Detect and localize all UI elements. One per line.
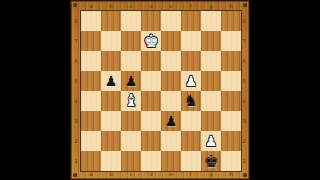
black-pawn[interactable]: ♟ xyxy=(101,71,121,91)
square-a7[interactable] xyxy=(81,31,101,51)
square-b1[interactable] xyxy=(101,151,121,171)
square-f3[interactable] xyxy=(181,111,201,131)
square-c8[interactable] xyxy=(121,11,141,31)
square-a5[interactable] xyxy=(81,71,101,91)
frame-screw-icon xyxy=(73,3,77,7)
coordinate-label: b xyxy=(101,170,121,178)
square-e7[interactable] xyxy=(161,31,181,51)
square-a4[interactable] xyxy=(81,91,101,111)
rank-labels-right: 87654321 xyxy=(240,11,248,171)
coordinate-label: 2 xyxy=(240,131,248,151)
file-labels-bottom: abcdefgh xyxy=(81,170,241,178)
square-h3[interactable] xyxy=(221,111,241,131)
coordinate-label: a xyxy=(81,170,101,178)
square-c2[interactable] xyxy=(121,131,141,151)
square-d7[interactable]: ♚ xyxy=(141,31,161,51)
square-c1[interactable] xyxy=(121,151,141,171)
square-b4[interactable] xyxy=(101,91,121,111)
square-e8[interactable] xyxy=(161,11,181,31)
square-c4[interactable]: ♝ xyxy=(121,91,141,111)
square-e1[interactable] xyxy=(161,151,181,171)
square-b3[interactable] xyxy=(101,111,121,131)
square-d3[interactable] xyxy=(141,111,161,131)
coordinate-label: d xyxy=(141,170,161,178)
square-g5[interactable] xyxy=(201,71,221,91)
coordinate-label: 1 xyxy=(72,151,80,171)
square-h7[interactable] xyxy=(221,31,241,51)
file-labels-top: abcdefgh xyxy=(81,2,241,10)
square-f8[interactable] xyxy=(181,11,201,31)
coordinate-label: 8 xyxy=(240,11,248,31)
square-b8[interactable] xyxy=(101,11,121,31)
square-c5[interactable]: ♟ xyxy=(121,71,141,91)
coordinate-label: f xyxy=(181,2,201,10)
square-g8[interactable] xyxy=(201,11,221,31)
coordinate-label: 5 xyxy=(240,71,248,91)
square-g7[interactable] xyxy=(201,31,221,51)
square-c6[interactable] xyxy=(121,51,141,71)
square-g2[interactable]: ♟ xyxy=(201,131,221,151)
square-h5[interactable] xyxy=(221,71,241,91)
coordinate-label: c xyxy=(121,2,141,10)
square-a8[interactable] xyxy=(81,11,101,31)
coordinate-label: g xyxy=(201,170,221,178)
white-bishop[interactable]: ♝ xyxy=(121,91,141,111)
square-h8[interactable] xyxy=(221,11,241,31)
square-e3[interactable]: ♟ xyxy=(161,111,181,131)
coordinate-label: 4 xyxy=(240,91,248,111)
black-pawn[interactable]: ♟ xyxy=(121,71,141,91)
coordinate-label: 4 xyxy=(72,91,80,111)
square-f2[interactable] xyxy=(181,131,201,151)
square-h1[interactable] xyxy=(221,151,241,171)
frame-screw-icon xyxy=(243,3,247,7)
coordinate-label: h xyxy=(221,170,241,178)
square-e5[interactable] xyxy=(161,71,181,91)
square-a6[interactable] xyxy=(81,51,101,71)
square-h2[interactable] xyxy=(221,131,241,151)
square-e2[interactable] xyxy=(161,131,181,151)
square-d1[interactable] xyxy=(141,151,161,171)
square-e4[interactable] xyxy=(161,91,181,111)
coordinate-label: h xyxy=(221,2,241,10)
square-b7[interactable] xyxy=(101,31,121,51)
frame-screw-icon xyxy=(73,173,77,177)
square-a3[interactable] xyxy=(81,111,101,131)
black-king[interactable]: ♚ xyxy=(201,151,221,171)
white-king[interactable]: ♚ xyxy=(141,31,161,51)
square-c7[interactable] xyxy=(121,31,141,51)
white-pawn[interactable]: ♟ xyxy=(181,71,201,91)
frame-screw-icon xyxy=(243,173,247,177)
square-g3[interactable] xyxy=(201,111,221,131)
square-f6[interactable] xyxy=(181,51,201,71)
coordinate-label: 3 xyxy=(240,111,248,131)
square-b2[interactable] xyxy=(101,131,121,151)
coordinate-label: 2 xyxy=(72,131,80,151)
square-d2[interactable] xyxy=(141,131,161,151)
coordinate-label: e xyxy=(161,2,181,10)
square-f4[interactable]: ♞ xyxy=(181,91,201,111)
square-f5[interactable]: ♟ xyxy=(181,71,201,91)
coordinate-label: 5 xyxy=(72,71,80,91)
coordinate-label: 7 xyxy=(72,31,80,51)
chess-board-frame: abcdefgh abcdefgh 87654321 87654321 ♚♟♟♟… xyxy=(70,0,250,180)
coordinate-label: 1 xyxy=(240,151,248,171)
coordinate-label: g xyxy=(201,2,221,10)
white-pawn[interactable]: ♟ xyxy=(201,131,221,151)
square-b5[interactable]: ♟ xyxy=(101,71,121,91)
coordinate-label: b xyxy=(101,2,121,10)
square-d6[interactable] xyxy=(141,51,161,71)
coordinate-label: d xyxy=(141,2,161,10)
coordinate-label: 7 xyxy=(240,31,248,51)
square-b6[interactable] xyxy=(101,51,121,71)
rank-labels-left: 87654321 xyxy=(72,11,80,171)
square-d4[interactable] xyxy=(141,91,161,111)
black-pawn[interactable]: ♟ xyxy=(161,111,181,131)
square-f7[interactable] xyxy=(181,31,201,51)
square-g6[interactable] xyxy=(201,51,221,71)
square-g1[interactable]: ♚ xyxy=(201,151,221,171)
coordinate-label: 6 xyxy=(72,51,80,71)
square-c3[interactable] xyxy=(121,111,141,131)
coordinate-label: e xyxy=(161,170,181,178)
square-d5[interactable] xyxy=(141,71,161,91)
coordinate-label: 3 xyxy=(72,111,80,131)
coordinate-label: c xyxy=(121,170,141,178)
square-g4[interactable] xyxy=(201,91,221,111)
square-f1[interactable] xyxy=(181,151,201,171)
coordinate-label: a xyxy=(81,2,101,10)
square-h6[interactable] xyxy=(221,51,241,71)
coordinate-label: 6 xyxy=(240,51,248,71)
coordinate-label: f xyxy=(181,170,201,178)
square-d8[interactable] xyxy=(141,11,161,31)
square-h4[interactable] xyxy=(221,91,241,111)
coordinate-label: 8 xyxy=(72,11,80,31)
board-squares: ♚♟♟♟♝♞♟♟♚ xyxy=(81,11,241,171)
black-knight[interactable]: ♞ xyxy=(181,91,201,111)
square-e6[interactable] xyxy=(161,51,181,71)
square-a1[interactable] xyxy=(81,151,101,171)
square-a2[interactable] xyxy=(81,131,101,151)
